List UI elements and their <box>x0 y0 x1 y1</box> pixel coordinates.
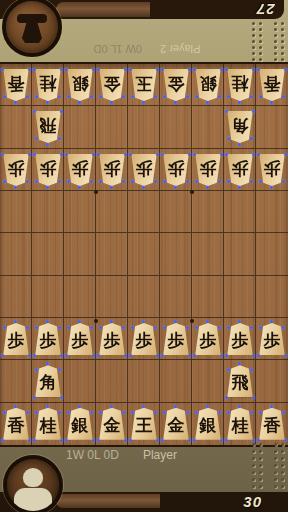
vertex-dot <box>46 101 49 104</box>
shogi-piece-gote[interactable]: 歩 <box>160 149 191 190</box>
vertex-dot <box>110 186 113 189</box>
piece-kanji: 銀 <box>195 417 221 434</box>
vertex-dot <box>257 439 260 442</box>
vertex-dot <box>122 411 125 414</box>
bottom-player-avatar <box>3 455 63 512</box>
board-cell[interactable]: 歩 <box>224 149 256 191</box>
vertex-dot <box>284 153 287 156</box>
vertex-dot <box>3 326 6 329</box>
board-cell[interactable]: 香 <box>0 403 32 445</box>
vertex-dot <box>154 95 157 98</box>
shogi-piece-sente[interactable]: 歩 <box>96 318 127 359</box>
shogi-piece-gote[interactable]: 歩 <box>96 149 127 190</box>
vertex-dot <box>238 362 241 365</box>
shogi-piece-sente[interactable]: 銀 <box>192 403 223 445</box>
piece-kanji: 歩 <box>195 160 221 177</box>
board-cell[interactable]: 桂 <box>224 64 256 106</box>
piece-kanji: 歩 <box>35 332 61 349</box>
vertex-dot <box>252 110 255 113</box>
top-time-bar-fill <box>56 2 150 17</box>
vertex-dot <box>186 326 189 329</box>
vertex-dot <box>218 180 221 183</box>
vertex-dot <box>46 186 49 189</box>
piece-kanji: 銀 <box>67 75 93 92</box>
piece-kanji: 歩 <box>35 160 61 177</box>
vertex-dot <box>33 439 36 442</box>
board-cell[interactable]: 歩 <box>32 318 64 360</box>
board-cell[interactable] <box>64 360 96 402</box>
board-cell[interactable] <box>256 106 288 148</box>
vertex-dot <box>46 143 49 146</box>
board-cell[interactable]: 歩 <box>64 318 96 360</box>
piece-kanji: 桂 <box>35 417 61 434</box>
vertex-dot <box>26 411 29 414</box>
vertex-dot <box>174 320 177 323</box>
vertex-dot <box>163 180 166 183</box>
vertex-dot <box>97 68 100 71</box>
vertex-dot <box>78 320 81 323</box>
board-cell[interactable] <box>96 276 128 318</box>
bottom-player-name: Player <box>143 448 177 462</box>
board-cell[interactable]: 銀 <box>64 403 96 445</box>
shogi-piece-sente[interactable]: 金 <box>160 403 191 445</box>
piece-kanji: 歩 <box>3 332 29 349</box>
board-cell[interactable]: 金 <box>96 64 128 106</box>
vertex-dot <box>97 439 100 442</box>
vertex-dot <box>14 405 17 408</box>
vertex-dot <box>131 411 134 414</box>
vertex-dot <box>282 411 285 414</box>
vertex-dot <box>206 320 209 323</box>
vertex-dot <box>282 326 285 329</box>
shogi-piece-sente[interactable]: 角 <box>32 360 63 401</box>
shogi-piece-gote[interactable]: 玉 <box>128 64 159 105</box>
vertex-dot <box>35 180 38 183</box>
board-cell[interactable]: 歩 <box>160 149 192 191</box>
vertex-dot <box>186 411 189 414</box>
vertex-dot <box>220 354 223 357</box>
vertex-dot <box>131 326 134 329</box>
board-cell[interactable]: 桂 <box>32 403 64 445</box>
board-cell[interactable]: 金 <box>160 64 192 106</box>
vertex-dot <box>67 95 70 98</box>
vertex-dot <box>26 95 29 98</box>
vertex-dot <box>195 95 198 98</box>
vertex-dot <box>14 186 17 189</box>
vertex-dot <box>35 411 38 414</box>
vertex-dot <box>99 326 102 329</box>
shogi-piece-gote[interactable]: 金 <box>96 64 127 105</box>
shogi-piece-gote[interactable]: 歩 <box>192 149 223 190</box>
vertex-dot <box>227 137 230 140</box>
shogi-piece-gote[interactable]: 歩 <box>0 149 31 190</box>
piece-kanji: 金 <box>163 75 189 92</box>
board-cell[interactable] <box>0 106 32 148</box>
vertex-dot <box>58 326 61 329</box>
vertex-dot <box>193 354 196 357</box>
shogi-piece-sente[interactable]: 歩 <box>0 318 31 359</box>
vertex-dot <box>1 68 4 71</box>
piece-kanji: 歩 <box>131 160 157 177</box>
vertex-dot <box>227 326 230 329</box>
vertex-dot <box>131 180 134 183</box>
shogi-piece-sente[interactable]: 歩 <box>224 318 255 359</box>
vertex-dot <box>174 186 177 189</box>
board-cell[interactable] <box>64 233 96 275</box>
vertex-dot <box>161 354 164 357</box>
shogi-piece-gote[interactable]: 桂 <box>224 64 255 105</box>
board-cell[interactable] <box>224 191 256 233</box>
board-cell[interactable] <box>224 276 256 318</box>
board-cell[interactable]: 飛 <box>224 360 256 402</box>
piece-kanji: 歩 <box>227 332 253 349</box>
board-cell[interactable]: 歩 <box>256 149 288 191</box>
vertex-dot <box>161 68 164 71</box>
vertex-dot <box>154 180 157 183</box>
shogi-piece-gote[interactable]: 歩 <box>32 149 63 190</box>
board-cell[interactable] <box>256 276 288 318</box>
vertex-dot <box>270 405 273 408</box>
board-cell[interactable]: 歩 <box>192 149 224 191</box>
piece-kanji: 銀 <box>67 417 93 434</box>
board-cell[interactable] <box>32 233 64 275</box>
vertex-dot <box>58 368 61 371</box>
person-icon-body <box>14 488 52 512</box>
board-cell[interactable] <box>128 106 160 148</box>
vertex-dot <box>220 439 223 442</box>
top-stitch-dots <box>252 22 284 61</box>
board-cell[interactable] <box>128 360 160 402</box>
vertex-dot <box>193 153 196 156</box>
vertex-dot <box>92 68 95 71</box>
vertex-dot <box>154 411 157 414</box>
vertex-dot <box>35 368 38 371</box>
piece-kanji: 歩 <box>3 160 29 177</box>
vertex-dot <box>188 68 191 71</box>
vertex-dot <box>35 137 38 140</box>
person-icon-head <box>23 468 43 487</box>
piece-kanji: 飛 <box>35 117 61 134</box>
vertex-dot <box>195 180 198 183</box>
vertex-dot <box>257 354 260 357</box>
shogi-piece-sente[interactable]: 王 <box>128 403 159 445</box>
vertex-dot <box>284 68 287 71</box>
vertex-dot <box>67 180 70 183</box>
vertex-dot <box>92 354 95 357</box>
board-cell[interactable]: 桂 <box>32 64 64 106</box>
board-cell[interactable] <box>128 191 160 233</box>
vertex-dot <box>154 326 157 329</box>
vertex-dot <box>33 68 36 71</box>
vertex-dot <box>188 153 191 156</box>
shogi-piece-sente[interactable]: 歩 <box>64 318 95 359</box>
piece-kanji: 歩 <box>163 332 189 349</box>
vertex-dot <box>259 411 262 414</box>
board-cell[interactable] <box>128 233 160 275</box>
vertex-dot <box>252 68 255 71</box>
board-cell[interactable]: 歩 <box>128 149 160 191</box>
board-cell[interactable]: 銀 <box>192 64 224 106</box>
vertex-dot <box>250 326 253 329</box>
vertex-dot <box>1 153 4 156</box>
vertex-dot <box>206 101 209 104</box>
board-cell[interactable] <box>256 360 288 402</box>
vertex-dot <box>46 405 49 408</box>
vertex-dot <box>282 95 285 98</box>
shogi-piece-gote[interactable]: 歩 <box>256 149 288 190</box>
board-cell[interactable] <box>160 276 192 318</box>
shogi-board[interactable]: 香桂銀金玉金銀桂香飛角歩歩歩歩歩歩歩歩歩歩歩歩歩歩歩歩歩歩角飛香桂銀金王金銀桂香 <box>0 62 288 447</box>
vertex-dot <box>46 320 49 323</box>
shogi-piece-sente[interactable]: 歩 <box>160 318 191 359</box>
vertex-dot <box>99 95 102 98</box>
board-cell[interactable] <box>160 360 192 402</box>
vertex-dot <box>124 439 127 442</box>
board-cell[interactable]: 歩 <box>0 149 32 191</box>
vertex-dot <box>60 396 63 399</box>
vertex-dot <box>60 110 63 113</box>
vertex-dot <box>65 439 68 442</box>
shogi-piece-gote[interactable]: 銀 <box>192 64 223 105</box>
piece-kanji: 桂 <box>227 417 253 434</box>
shogi-piece-sente[interactable]: 金 <box>96 403 127 445</box>
piece-kanji: 歩 <box>99 160 125 177</box>
board-cell[interactable] <box>0 233 32 275</box>
piece-kanji: 歩 <box>259 332 285 349</box>
vertex-dot <box>122 95 125 98</box>
vertex-dot <box>65 153 68 156</box>
shogi-piece-gote[interactable]: 香 <box>0 64 31 105</box>
board-cell[interactable]: 香 <box>256 403 288 445</box>
board-cell[interactable]: 歩 <box>96 318 128 360</box>
board-cell[interactable]: 金 <box>96 403 128 445</box>
vertex-dot <box>225 396 228 399</box>
vertex-dot <box>124 68 127 71</box>
shogi-piece-gote[interactable]: 香 <box>256 64 288 105</box>
piece-kanji: 歩 <box>131 332 157 349</box>
board-cell[interactable] <box>256 191 288 233</box>
vertex-dot <box>33 153 36 156</box>
vertex-dot <box>124 153 127 156</box>
vertex-dot <box>225 439 228 442</box>
vertex-dot <box>92 439 95 442</box>
board-cell[interactable] <box>96 360 128 402</box>
shogi-piece-sente[interactable]: 歩 <box>128 318 159 359</box>
board-cell[interactable]: 銀 <box>64 64 96 106</box>
board-cell[interactable]: 歩 <box>224 318 256 360</box>
top-time-bar-track <box>56 2 279 17</box>
vertex-dot <box>92 153 95 156</box>
board-cell[interactable] <box>192 276 224 318</box>
piece-kanji: 香 <box>259 75 285 92</box>
vertex-dot <box>99 180 102 183</box>
board-cell[interactable]: 王 <box>128 403 160 445</box>
vertex-dot <box>46 362 49 365</box>
board-cell[interactable] <box>192 233 224 275</box>
shogi-piece-sente[interactable]: 歩 <box>32 318 63 359</box>
top-timer-value: 27 <box>256 1 275 18</box>
shogi-piece-gote[interactable]: 歩 <box>128 149 159 190</box>
vertex-dot <box>270 101 273 104</box>
board-cell[interactable] <box>256 233 288 275</box>
shogi-piece-sente[interactable]: 桂 <box>224 403 255 445</box>
board-cell[interactable] <box>64 191 96 233</box>
board-cell[interactable] <box>160 106 192 148</box>
vertex-dot <box>250 368 253 371</box>
vertex-dot <box>186 95 189 98</box>
piece-kanji: 桂 <box>227 75 253 92</box>
board-cell[interactable]: 香 <box>0 64 32 106</box>
board-cell[interactable]: 歩 <box>32 149 64 191</box>
vertex-dot <box>220 153 223 156</box>
vertex-dot <box>99 411 102 414</box>
vertex-dot <box>129 153 132 156</box>
board-cell[interactable] <box>192 191 224 233</box>
vertex-dot <box>227 180 230 183</box>
vertex-dot <box>28 153 31 156</box>
board-cell[interactable]: 香 <box>256 64 288 106</box>
board-cell[interactable] <box>96 191 128 233</box>
shogi-piece-sente[interactable]: 香 <box>0 403 31 445</box>
shogi-piece-gote[interactable]: 銀 <box>64 64 95 105</box>
board-cell[interactable] <box>192 360 224 402</box>
vertex-dot <box>270 320 273 323</box>
vertex-dot <box>110 101 113 104</box>
board-cell[interactable] <box>32 191 64 233</box>
shogi-piece-gote[interactable]: 歩 <box>64 149 95 190</box>
shogi-piece-sente[interactable]: 歩 <box>192 318 223 359</box>
board-cell[interactable] <box>96 106 128 148</box>
vertex-dot <box>142 186 145 189</box>
board-cell[interactable]: 歩 <box>128 318 160 360</box>
vertex-dot <box>163 411 166 414</box>
board-cell[interactable]: 銀 <box>192 403 224 445</box>
top-player-record: 0W 1L 0D <box>94 44 143 56</box>
piece-kanji: 金 <box>99 75 125 92</box>
shogi-piece-gote[interactable]: 角 <box>224 106 255 147</box>
board-cell[interactable]: 歩 <box>0 318 32 360</box>
shogi-piece-sente[interactable]: 飛 <box>224 360 255 401</box>
vertex-dot <box>225 153 228 156</box>
vertex-dot <box>227 95 230 98</box>
vertex-dot <box>35 326 38 329</box>
piece-kanji: 金 <box>99 417 125 434</box>
bottom-player-info: 1W 0L 0D Player <box>66 448 256 462</box>
board-cell[interactable]: 歩 <box>64 149 96 191</box>
bottom-timer-value: 30 <box>243 493 262 510</box>
vertex-dot <box>28 68 31 71</box>
board-cell[interactable] <box>160 191 192 233</box>
vertex-dot <box>3 95 6 98</box>
board-cell[interactable] <box>64 276 96 318</box>
shogi-piece-gote[interactable]: 金 <box>160 64 191 105</box>
vertex-dot <box>58 95 61 98</box>
shogi-piece-sente[interactable]: 桂 <box>32 403 63 445</box>
shogi-piece-gote[interactable]: 飛 <box>32 106 63 147</box>
vertex-dot <box>78 186 81 189</box>
board-cell[interactable] <box>224 233 256 275</box>
board-cell[interactable]: 角 <box>32 360 64 402</box>
board-cell[interactable]: 金 <box>160 403 192 445</box>
piece-kanji: 金 <box>163 417 189 434</box>
vertex-dot <box>284 439 287 442</box>
vertex-dot <box>35 95 38 98</box>
board-cell[interactable] <box>64 106 96 148</box>
piece-tile: 飛 <box>227 365 253 397</box>
vertex-dot <box>110 405 113 408</box>
vertex-dot <box>26 180 29 183</box>
vertex-dot <box>129 354 132 357</box>
vertex-dot <box>174 405 177 408</box>
vertex-dot <box>65 68 68 71</box>
vertex-dot <box>250 411 253 414</box>
vertex-dot <box>156 354 159 357</box>
vertex-dot <box>174 101 177 104</box>
board-cell[interactable]: 歩 <box>192 318 224 360</box>
shogi-piece-sente[interactable]: 歩 <box>256 318 288 359</box>
vertex-dot <box>58 180 61 183</box>
vertex-dot <box>33 396 36 399</box>
shogi-piece-gote[interactable]: 桂 <box>32 64 63 105</box>
vertex-dot <box>60 439 63 442</box>
board-cell[interactable] <box>0 191 32 233</box>
vertex-dot <box>218 411 221 414</box>
board-cell[interactable] <box>96 233 128 275</box>
top-player-avatar <box>2 0 62 57</box>
piece-kanji: 歩 <box>227 160 253 177</box>
board-cell[interactable] <box>32 276 64 318</box>
shogi-piece-sente[interactable]: 銀 <box>64 403 95 445</box>
shogi-piece-gote[interactable]: 歩 <box>224 149 255 190</box>
board-cell[interactable]: 飛 <box>32 106 64 148</box>
vertex-dot <box>142 101 145 104</box>
piece-kanji: 角 <box>35 374 61 391</box>
board-cell[interactable]: 歩 <box>256 318 288 360</box>
vertex-dot <box>238 186 241 189</box>
board-cell[interactable] <box>160 233 192 275</box>
vertex-dot <box>195 326 198 329</box>
board-cell[interactable]: 角 <box>224 106 256 148</box>
board-cell[interactable]: 歩 <box>96 149 128 191</box>
vertex-dot <box>257 68 260 71</box>
board-cell[interactable]: 玉 <box>128 64 160 106</box>
board-cell[interactable] <box>0 360 32 402</box>
vertex-dot <box>122 326 125 329</box>
vertex-dot <box>220 68 223 71</box>
vertex-dot <box>188 354 191 357</box>
bottom-player-record: 1W 0L 0D <box>66 448 119 462</box>
vertex-dot <box>26 326 29 329</box>
board-cell[interactable] <box>128 276 160 318</box>
board-cell[interactable]: 桂 <box>224 403 256 445</box>
vertex-dot <box>163 95 166 98</box>
vertex-dot <box>186 180 189 183</box>
shogi-piece-sente[interactable]: 香 <box>256 403 288 445</box>
vertex-dot <box>124 354 127 357</box>
piece-kanji: 歩 <box>163 160 189 177</box>
vertex-dot <box>238 101 241 104</box>
board-cell[interactable] <box>0 276 32 318</box>
piece-kanji: 香 <box>259 417 285 434</box>
top-player-panel: 27 Player 2 0W 1L 0D <box>0 0 288 62</box>
vertex-dot <box>156 439 159 442</box>
vertex-dot <box>227 368 230 371</box>
vertex-dot <box>161 153 164 156</box>
board-cell[interactable]: 歩 <box>160 318 192 360</box>
vertex-dot <box>14 320 17 323</box>
board-cell[interactable] <box>192 106 224 148</box>
vertex-dot <box>110 320 113 323</box>
